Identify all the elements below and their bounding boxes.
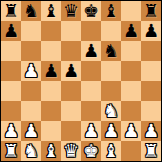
square-g8[interactable] [121, 1, 141, 21]
square-g1[interactable] [121, 141, 141, 161]
square-a3[interactable] [1, 101, 21, 121]
square-e3[interactable] [81, 101, 101, 121]
square-e1[interactable]: ♚ [81, 141, 101, 161]
square-h8[interactable]: ♜ [141, 1, 161, 21]
square-a5[interactable] [1, 61, 21, 81]
square-c4[interactable] [41, 81, 61, 101]
square-f4[interactable] [101, 81, 121, 101]
square-d7[interactable] [61, 21, 81, 41]
square-g2[interactable]: ♟ [121, 121, 141, 141]
square-b7[interactable] [21, 21, 41, 41]
square-h3[interactable] [141, 101, 161, 121]
square-b2[interactable]: ♟ [21, 121, 41, 141]
white-pawn[interactable]: ♟ [103, 121, 119, 141]
square-e5[interactable] [81, 61, 101, 81]
square-h6[interactable] [141, 41, 161, 61]
black-bishop[interactable]: ♝ [103, 1, 119, 21]
black-king[interactable]: ♚ [83, 1, 99, 21]
square-a7[interactable]: ♟ [1, 21, 21, 41]
square-b4[interactable] [21, 81, 41, 101]
square-g5[interactable] [121, 61, 141, 81]
square-c3[interactable] [41, 101, 61, 121]
square-g4[interactable] [121, 81, 141, 101]
square-c5[interactable]: ♟ [41, 61, 61, 81]
square-b3[interactable] [21, 101, 41, 121]
square-e6[interactable]: ♟ [81, 41, 101, 61]
square-g7[interactable]: ♟ [121, 21, 141, 41]
square-d2[interactable] [61, 121, 81, 141]
square-f2[interactable]: ♟ [101, 121, 121, 141]
square-a8[interactable]: ♜ [1, 1, 21, 21]
square-a6[interactable] [1, 41, 21, 61]
black-bishop[interactable]: ♝ [43, 1, 59, 21]
square-h2[interactable]: ♟ [141, 121, 161, 141]
white-rook[interactable]: ♜ [143, 141, 159, 161]
square-f6[interactable]: ♞ [101, 41, 121, 61]
square-f5[interactable] [101, 61, 121, 81]
square-c8[interactable]: ♝ [41, 1, 61, 21]
square-c6[interactable] [41, 41, 61, 61]
white-knight[interactable]: ♞ [103, 101, 119, 121]
square-e7[interactable] [81, 21, 101, 41]
square-c7[interactable] [41, 21, 61, 41]
square-e2[interactable]: ♟ [81, 121, 101, 141]
white-pawn[interactable]: ♟ [3, 121, 19, 141]
square-b6[interactable] [21, 41, 41, 61]
square-f8[interactable]: ♝ [101, 1, 121, 21]
white-bishop[interactable]: ♝ [43, 141, 59, 161]
square-d5[interactable]: ♟ [61, 61, 81, 81]
black-pawn[interactable]: ♟ [63, 61, 79, 81]
square-a1[interactable]: ♜ [1, 141, 21, 161]
square-g6[interactable] [121, 41, 141, 61]
black-pawn[interactable]: ♟ [123, 21, 139, 41]
square-b8[interactable]: ♞ [21, 1, 41, 21]
white-knight[interactable]: ♞ [23, 141, 39, 161]
square-b1[interactable]: ♞ [21, 141, 41, 161]
black-pawn[interactable]: ♟ [83, 41, 99, 61]
square-f7[interactable] [101, 21, 121, 41]
black-pawn[interactable]: ♟ [143, 21, 159, 41]
white-pawn[interactable]: ♟ [143, 121, 159, 141]
square-h5[interactable] [141, 61, 161, 81]
square-c1[interactable]: ♝ [41, 141, 61, 161]
square-d4[interactable] [61, 81, 81, 101]
square-f3[interactable]: ♞ [101, 101, 121, 121]
black-rook[interactable]: ♜ [3, 1, 19, 21]
white-bishop[interactable]: ♝ [103, 141, 119, 161]
square-d8[interactable]: ♛ [61, 1, 81, 21]
white-king[interactable]: ♚ [83, 141, 99, 161]
black-pawn[interactable]: ♟ [3, 21, 19, 41]
square-f1[interactable]: ♝ [101, 141, 121, 161]
chess-board: ♜♞♝♛♚♝♜♟♟♟♟♞♟♟♟♞♟♟♟♟♟♟♜♞♝♛♚♝♜ [0, 0, 162, 162]
white-pawn[interactable]: ♟ [23, 61, 39, 81]
black-knight[interactable]: ♞ [23, 1, 39, 21]
square-h4[interactable] [141, 81, 161, 101]
square-g3[interactable] [121, 101, 141, 121]
square-d3[interactable] [61, 101, 81, 121]
white-pawn[interactable]: ♟ [83, 121, 99, 141]
square-d1[interactable]: ♛ [61, 141, 81, 161]
white-pawn[interactable]: ♟ [123, 121, 139, 141]
square-c2[interactable] [41, 121, 61, 141]
square-b5[interactable]: ♟ [21, 61, 41, 81]
black-knight[interactable]: ♞ [103, 41, 119, 61]
white-pawn[interactable]: ♟ [23, 121, 39, 141]
square-d6[interactable] [61, 41, 81, 61]
square-e4[interactable] [81, 81, 101, 101]
square-a2[interactable]: ♟ [1, 121, 21, 141]
square-e8[interactable]: ♚ [81, 1, 101, 21]
black-queen[interactable]: ♛ [63, 1, 79, 21]
square-h7[interactable]: ♟ [141, 21, 161, 41]
white-queen[interactable]: ♛ [63, 141, 79, 161]
black-rook[interactable]: ♜ [143, 1, 159, 21]
white-rook[interactable]: ♜ [3, 141, 19, 161]
black-pawn[interactable]: ♟ [43, 61, 59, 81]
square-h1[interactable]: ♜ [141, 141, 161, 161]
square-a4[interactable] [1, 81, 21, 101]
